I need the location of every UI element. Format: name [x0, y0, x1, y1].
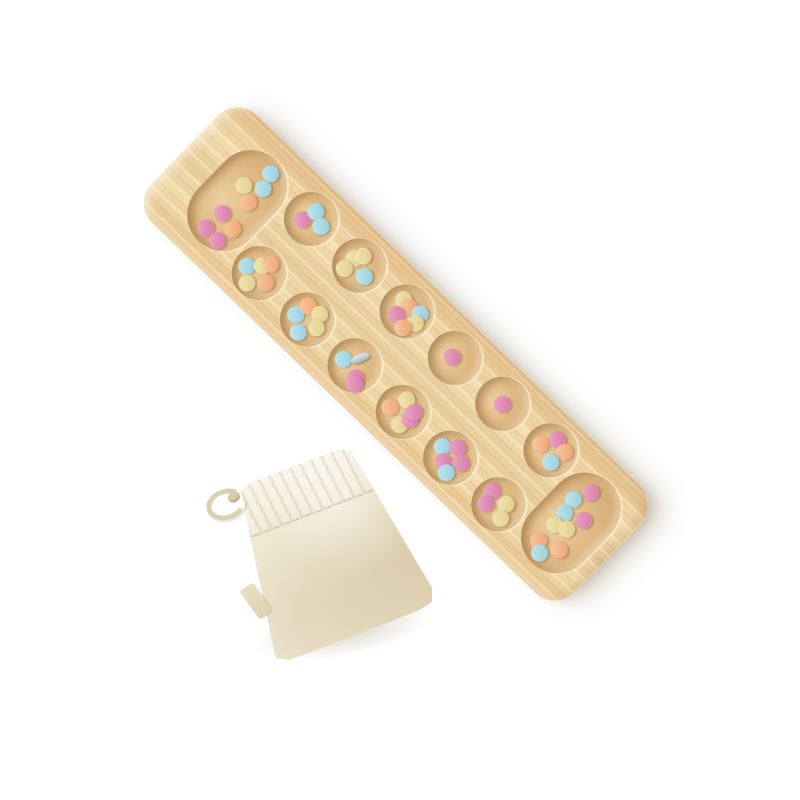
drawstring-rope-loop: [202, 484, 250, 526]
product-photo-scene: [0, 0, 800, 800]
store-top-left: [172, 135, 302, 266]
pit-lower-2[interactable]: [268, 281, 344, 357]
pit-lower-4[interactable]: [364, 374, 440, 450]
